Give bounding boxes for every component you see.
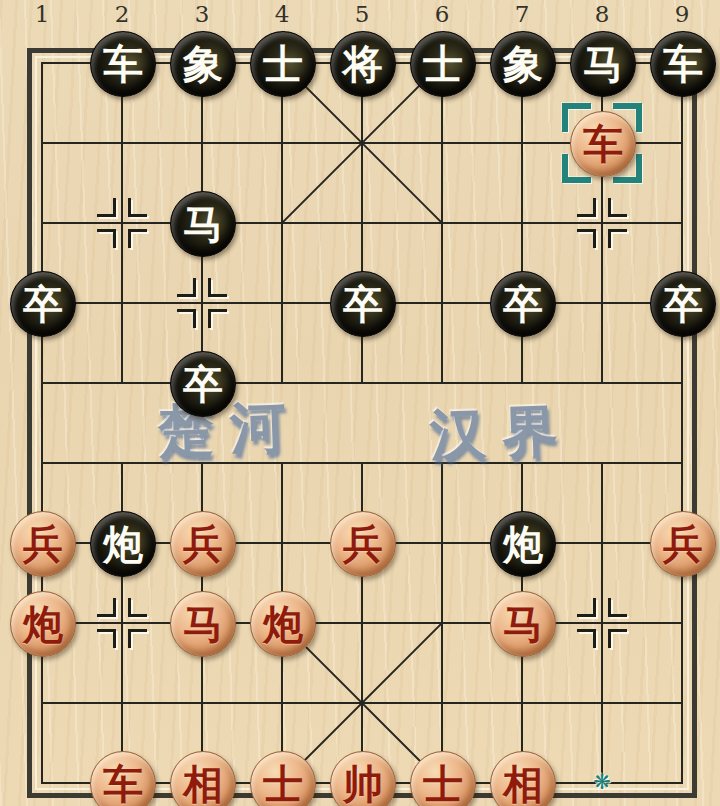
piece-red-soldier[interactable]: 兵	[650, 511, 716, 577]
piece-black-elephant[interactable]: 象	[490, 31, 556, 97]
piece-black-horse[interactable]: 马	[570, 31, 636, 97]
piece-red-cannon[interactable]: 炮	[10, 591, 76, 657]
piece-black-soldier[interactable]: 卒	[650, 271, 716, 337]
grid-line-vertical	[681, 62, 683, 784]
piece-black-soldier[interactable]: 卒	[330, 271, 396, 337]
piece-black-soldier[interactable]: 卒	[10, 271, 76, 337]
grid-line-vertical	[601, 462, 603, 784]
column-label-9: 9	[675, 1, 690, 27]
piece-black-chariot[interactable]: 车	[90, 31, 156, 97]
piece-black-cannon[interactable]: 炮	[490, 511, 556, 577]
piece-red-soldier[interactable]: 兵	[330, 511, 396, 577]
piece-black-advisor[interactable]: 士	[250, 31, 316, 97]
column-label-8: 8	[595, 1, 610, 27]
piece-black-advisor[interactable]: 士	[410, 31, 476, 97]
piece-black-soldier[interactable]: 卒	[170, 351, 236, 417]
piece-red-horse[interactable]: 马	[170, 591, 236, 657]
piece-black-general[interactable]: 将	[330, 31, 396, 97]
piece-red-soldier[interactable]: 兵	[10, 511, 76, 577]
piece-black-chariot[interactable]: 车	[650, 31, 716, 97]
column-label-6: 6	[435, 1, 450, 27]
piece-red-chariot[interactable]: 车	[570, 111, 636, 177]
piece-black-elephant[interactable]: 象	[170, 31, 236, 97]
piece-black-horse[interactable]: 马	[170, 191, 236, 257]
piece-red-horse[interactable]: 马	[490, 591, 556, 657]
column-label-4: 4	[275, 1, 290, 27]
grid-line-vertical	[41, 62, 43, 784]
grid-line-vertical	[121, 62, 123, 384]
piece-red-soldier[interactable]: 兵	[170, 511, 236, 577]
river-text-right: 汉界	[429, 394, 576, 475]
piece-black-soldier[interactable]: 卒	[490, 271, 556, 337]
xiangqi-board[interactable]: 楚河 汉界 123456789❋车象士将士象马车车马卒卒卒卒卒兵炮兵兵炮兵炮马炮…	[0, 0, 720, 806]
column-label-5: 5	[355, 1, 370, 27]
piece-red-cannon[interactable]: 炮	[250, 591, 316, 657]
column-label-1: 1	[35, 1, 50, 27]
move-origin-marker: ❋	[593, 770, 611, 794]
column-label-2: 2	[115, 1, 130, 27]
piece-black-cannon[interactable]: 炮	[90, 511, 156, 577]
column-label-3: 3	[195, 1, 210, 27]
column-label-7: 7	[515, 1, 530, 27]
